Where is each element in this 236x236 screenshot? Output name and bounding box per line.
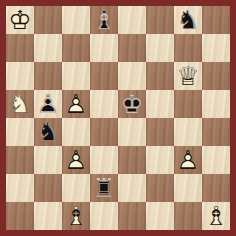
piece-black-king[interactable]: ♚♔: [118, 90, 146, 118]
piece-white-king[interactable]: ♚♔: [6, 6, 34, 34]
square-c1[interactable]: ♝♗: [62, 202, 90, 230]
square-h2[interactable]: [202, 174, 230, 202]
black-rook-outline-icon: ♖: [90, 174, 118, 202]
square-h6[interactable]: [202, 62, 230, 90]
white-king-outline-icon: ♔: [6, 6, 34, 34]
piece-black-knight[interactable]: ♞♘: [34, 118, 62, 146]
square-f2[interactable]: [146, 174, 174, 202]
chess-board: ♚♔♝♗♞♘♛♕♞♘♟♙♟♙♚♔♞♘♟♙♟♙♜♖♝♗♝♗: [6, 6, 230, 230]
square-e5[interactable]: ♚♔: [118, 90, 146, 118]
square-d2[interactable]: ♜♖: [90, 174, 118, 202]
square-e7[interactable]: [118, 34, 146, 62]
square-e1[interactable]: [118, 202, 146, 230]
white-bishop-outline-icon: ♗: [62, 202, 90, 230]
square-f3[interactable]: [146, 146, 174, 174]
square-g4[interactable]: [174, 118, 202, 146]
piece-white-knight[interactable]: ♞♘: [6, 90, 34, 118]
square-e4[interactable]: [118, 118, 146, 146]
square-c7[interactable]: [62, 34, 90, 62]
square-a5[interactable]: ♞♘: [6, 90, 34, 118]
square-a3[interactable]: [6, 146, 34, 174]
piece-black-bishop[interactable]: ♝♗: [90, 6, 118, 34]
square-e3[interactable]: [118, 146, 146, 174]
black-king-outline-icon: ♔: [118, 90, 146, 118]
square-a2[interactable]: [6, 174, 34, 202]
square-g5[interactable]: [174, 90, 202, 118]
square-e6[interactable]: [118, 62, 146, 90]
square-b1[interactable]: [34, 202, 62, 230]
piece-white-pawn[interactable]: ♟♙: [62, 146, 90, 174]
square-b2[interactable]: [34, 174, 62, 202]
black-pawn-outline-icon: ♙: [34, 90, 62, 118]
square-c4[interactable]: [62, 118, 90, 146]
square-h4[interactable]: [202, 118, 230, 146]
piece-white-pawn[interactable]: ♟♙: [62, 90, 90, 118]
white-pawn-outline-icon: ♙: [174, 146, 202, 174]
square-d1[interactable]: [90, 202, 118, 230]
square-a4[interactable]: [6, 118, 34, 146]
square-c5[interactable]: ♟♙: [62, 90, 90, 118]
square-a6[interactable]: [6, 62, 34, 90]
square-b5[interactable]: ♟♙: [34, 90, 62, 118]
square-a1[interactable]: [6, 202, 34, 230]
white-knight-outline-icon: ♘: [6, 90, 34, 118]
square-f4[interactable]: [146, 118, 174, 146]
square-c6[interactable]: [62, 62, 90, 90]
square-c2[interactable]: [62, 174, 90, 202]
black-knight-outline-icon: ♘: [34, 118, 62, 146]
square-h8[interactable]: [202, 6, 230, 34]
piece-white-bishop[interactable]: ♝♗: [202, 202, 230, 230]
square-d3[interactable]: [90, 146, 118, 174]
board-frame: ♚♔♝♗♞♘♛♕♞♘♟♙♟♙♚♔♞♘♟♙♟♙♜♖♝♗♝♗: [0, 0, 236, 236]
square-g2[interactable]: [174, 174, 202, 202]
white-bishop-outline-icon: ♗: [202, 202, 230, 230]
square-f7[interactable]: [146, 34, 174, 62]
white-queen-outline-icon: ♕: [174, 62, 202, 90]
square-b4[interactable]: ♞♘: [34, 118, 62, 146]
square-g6[interactable]: ♛♕: [174, 62, 202, 90]
piece-black-pawn[interactable]: ♟♙: [34, 90, 62, 118]
square-g8[interactable]: ♞♘: [174, 6, 202, 34]
square-d6[interactable]: [90, 62, 118, 90]
piece-black-rook[interactable]: ♜♖: [90, 174, 118, 202]
piece-white-queen[interactable]: ♛♕: [174, 62, 202, 90]
white-pawn-outline-icon: ♙: [62, 90, 90, 118]
square-e8[interactable]: [118, 6, 146, 34]
square-f1[interactable]: [146, 202, 174, 230]
square-f5[interactable]: [146, 90, 174, 118]
black-bishop-outline-icon: ♗: [90, 6, 118, 34]
square-e2[interactable]: [118, 174, 146, 202]
piece-white-pawn[interactable]: ♟♙: [174, 146, 202, 174]
square-d8[interactable]: ♝♗: [90, 6, 118, 34]
square-c8[interactable]: [62, 6, 90, 34]
square-h5[interactable]: [202, 90, 230, 118]
square-a8[interactable]: ♚♔: [6, 6, 34, 34]
piece-black-knight[interactable]: ♞♘: [174, 6, 202, 34]
piece-white-bishop[interactable]: ♝♗: [62, 202, 90, 230]
square-g1[interactable]: [174, 202, 202, 230]
square-h3[interactable]: [202, 146, 230, 174]
square-d4[interactable]: [90, 118, 118, 146]
square-b3[interactable]: [34, 146, 62, 174]
black-knight-outline-icon: ♘: [174, 6, 202, 34]
square-c3[interactable]: ♟♙: [62, 146, 90, 174]
square-h7[interactable]: [202, 34, 230, 62]
square-g3[interactable]: ♟♙: [174, 146, 202, 174]
square-b8[interactable]: [34, 6, 62, 34]
square-h1[interactable]: ♝♗: [202, 202, 230, 230]
square-g7[interactable]: [174, 34, 202, 62]
square-f6[interactable]: [146, 62, 174, 90]
square-b7[interactable]: [34, 34, 62, 62]
white-pawn-outline-icon: ♙: [62, 146, 90, 174]
square-d7[interactable]: [90, 34, 118, 62]
square-b6[interactable]: [34, 62, 62, 90]
square-f8[interactable]: [146, 6, 174, 34]
square-d5[interactable]: [90, 90, 118, 118]
square-a7[interactable]: [6, 34, 34, 62]
